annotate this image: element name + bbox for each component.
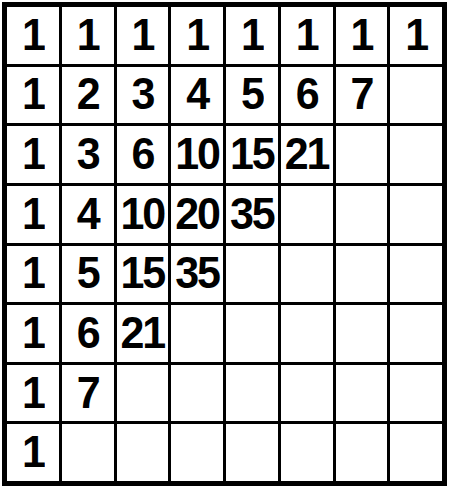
grid-cell-r5c5: [226, 246, 278, 303]
grid-cell-r8c8: [390, 424, 442, 481]
grid-cell-r1c4: 1: [171, 7, 223, 64]
grid-cell-r8c2: [62, 424, 114, 481]
cell-number: 1: [22, 191, 44, 238]
cell-number: 1: [22, 310, 44, 357]
cell-number: 15: [120, 250, 164, 297]
grid-cell-r1c8: 1: [390, 7, 442, 64]
grid-cell-r8c3: [117, 424, 169, 481]
cell-number: 2: [77, 71, 99, 118]
grid-cell-r5c6: [281, 246, 333, 303]
grid-cell-r7c8: [390, 365, 442, 422]
grid-cell-r3c7: [336, 126, 388, 183]
grid-cell-r6c1: 1: [7, 305, 59, 362]
cell-number: 1: [22, 250, 44, 297]
grid-cell-r7c5: [226, 365, 278, 422]
cell-number: 35: [230, 191, 274, 238]
grid-cell-r1c1: 1: [7, 7, 59, 64]
cell-number: 35: [175, 250, 219, 297]
cell-number: 7: [350, 71, 372, 118]
cell-number: 1: [22, 131, 44, 178]
grid-cell-r2c3: 3: [117, 67, 169, 124]
cell-number: 1: [131, 12, 153, 59]
cell-number: 21: [285, 131, 329, 178]
grid-cell-r8c4: [171, 424, 223, 481]
grid-cell-r3c1: 1: [7, 126, 59, 183]
cell-number: 1: [22, 429, 44, 476]
pascal-triangle-grid: 1111111112345671361015211410203515153516…: [2, 2, 447, 486]
cell-number: 1: [22, 369, 44, 416]
grid-cell-r7c4: [171, 365, 223, 422]
cell-number: 6: [296, 71, 318, 118]
grid-cell-r4c6: [281, 186, 333, 243]
cell-number: 15: [230, 131, 274, 178]
grid-cell-r5c2: 5: [62, 246, 114, 303]
grid-cell-r7c7: [336, 365, 388, 422]
grid-cell-r2c1: 1: [7, 67, 59, 124]
cell-number: 1: [186, 12, 208, 59]
cell-number: 3: [77, 131, 99, 178]
cell-number: 6: [131, 131, 153, 178]
grid-cell-r6c4: [171, 305, 223, 362]
grid-cell-r5c4: 35: [171, 246, 223, 303]
grid-cell-r6c3: 21: [117, 305, 169, 362]
grid-cell-r4c1: 1: [7, 186, 59, 243]
cell-number: 1: [77, 12, 99, 59]
grid-cell-r1c3: 1: [117, 7, 169, 64]
grid-cell-r5c3: 15: [117, 246, 169, 303]
grid-cell-r2c6: 6: [281, 67, 333, 124]
cell-number: 6: [77, 310, 99, 357]
grid-cell-r4c5: 35: [226, 186, 278, 243]
cell-number: 5: [77, 250, 99, 297]
grid-cell-r4c8: [390, 186, 442, 243]
cell-number: 1: [22, 71, 44, 118]
grid-cell-r8c1: 1: [7, 424, 59, 481]
grid-cell-r3c5: 15: [226, 126, 278, 183]
cell-number: 4: [186, 71, 208, 118]
grid-cell-r2c8: [390, 67, 442, 124]
cell-number: 1: [350, 12, 372, 59]
cell-number: 7: [77, 369, 99, 416]
cell-number: 20: [175, 191, 219, 238]
grid-cell-r8c5: [226, 424, 278, 481]
grid-cell-r2c5: 5: [226, 67, 278, 124]
grid-cell-r4c7: [336, 186, 388, 243]
grid-cell-r5c1: 1: [7, 246, 59, 303]
grid-cell-r8c6: [281, 424, 333, 481]
cell-number: 4: [77, 191, 99, 238]
cell-number: 1: [296, 12, 318, 59]
grid-cell-r1c6: 1: [281, 7, 333, 64]
grid-cell-r5c8: [390, 246, 442, 303]
grid-cell-r7c3: [117, 365, 169, 422]
grid-cell-r6c2: 6: [62, 305, 114, 362]
grid-cell-r6c5: [226, 305, 278, 362]
cell-number: 5: [241, 71, 263, 118]
grid-cell-r2c2: 2: [62, 67, 114, 124]
grid-cell-r6c8: [390, 305, 442, 362]
grid-cell-r2c4: 4: [171, 67, 223, 124]
cell-number: 10: [175, 131, 219, 178]
grid-cell-r7c6: [281, 365, 333, 422]
grid-cell-r6c7: [336, 305, 388, 362]
grid-cell-r3c6: 21: [281, 126, 333, 183]
board-wrapper: 1111111112345671361015211410203515153516…: [0, 0, 450, 489]
grid-cell-r2c7: 7: [336, 67, 388, 124]
grid-cell-r3c8: [390, 126, 442, 183]
cell-number: 21: [120, 310, 164, 357]
grid-cell-r3c4: 10: [171, 126, 223, 183]
cell-number: 3: [131, 71, 153, 118]
cell-number: 1: [22, 12, 44, 59]
grid-cell-r8c7: [336, 424, 388, 481]
grid-cell-r5c7: [336, 246, 388, 303]
grid-cell-r6c6: [281, 305, 333, 362]
grid-cell-r1c2: 1: [62, 7, 114, 64]
cell-number: 1: [241, 12, 263, 59]
cell-number: 1: [405, 12, 427, 59]
grid-cell-r4c2: 4: [62, 186, 114, 243]
cell-number: 10: [120, 191, 164, 238]
grid-cell-r7c1: 1: [7, 365, 59, 422]
grid-cell-r4c4: 20: [171, 186, 223, 243]
grid-cell-r1c7: 1: [336, 7, 388, 64]
grid-cell-r3c3: 6: [117, 126, 169, 183]
grid-cell-r7c2: 7: [62, 365, 114, 422]
grid-cell-r3c2: 3: [62, 126, 114, 183]
grid-cell-r4c3: 10: [117, 186, 169, 243]
grid-cell-r1c5: 1: [226, 7, 278, 64]
